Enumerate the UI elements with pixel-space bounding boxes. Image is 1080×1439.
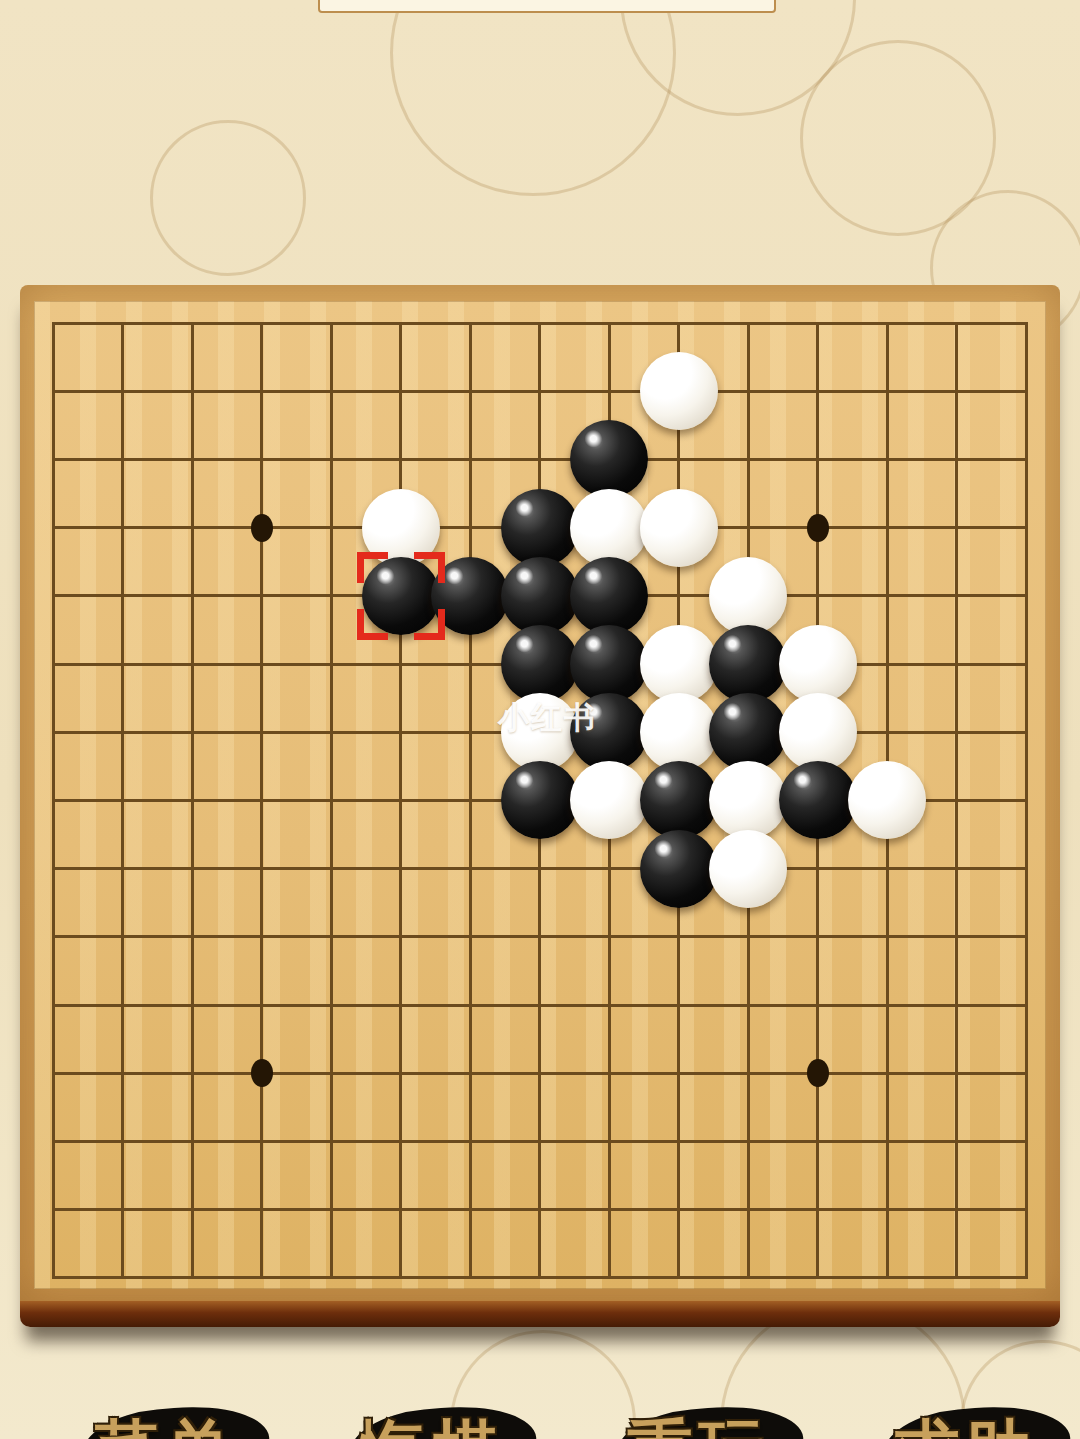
replay-button[interactable]: 重玩 [594, 1398, 804, 1439]
black-stone [779, 761, 857, 839]
xiaohongshu-watermark: 小红书 [498, 697, 597, 739]
star-point [251, 514, 273, 542]
undo-button-label: 悔棋 [327, 1406, 537, 1439]
last-move-marker [357, 552, 445, 640]
undo-button[interactable]: 悔棋 [327, 1398, 537, 1439]
grid-line-horizontal [52, 1072, 1028, 1075]
star-point [251, 1059, 273, 1087]
black-stone [709, 625, 787, 703]
black-stone [501, 625, 579, 703]
board-front-edge [20, 1301, 1060, 1327]
star-point [807, 514, 829, 542]
replay-button-label: 重玩 [594, 1406, 804, 1439]
black-stone [501, 761, 579, 839]
last-move-marker-corner [357, 609, 388, 640]
grid-line-vertical [955, 322, 958, 1280]
white-stone [779, 625, 857, 703]
black-stone [640, 830, 718, 908]
black-stone [570, 625, 648, 703]
last-move-marker-corner [357, 552, 388, 583]
help-button[interactable]: 求助 [861, 1398, 1071, 1439]
white-stone [709, 557, 787, 635]
grid-line-horizontal [52, 1140, 1028, 1143]
grid-line-horizontal [52, 1004, 1028, 1007]
white-stone [848, 761, 926, 839]
white-stone [709, 761, 787, 839]
grid-line-horizontal [52, 1276, 1028, 1279]
black-stone [570, 420, 648, 498]
menu-button-label: 菜单 [60, 1406, 270, 1439]
white-stone [640, 693, 718, 771]
gomoku-app-screen: 小红书 菜单 悔棋 重玩 求助 [0, 0, 1080, 1439]
white-stone [640, 352, 718, 430]
grid-line-horizontal [52, 867, 1028, 870]
board-grid[interactable] [20, 285, 1060, 1301]
black-stone [640, 761, 718, 839]
black-stone [570, 557, 648, 635]
grid-line-horizontal [52, 1208, 1028, 1211]
game-board[interactable] [20, 285, 1060, 1327]
grid-line-vertical [1025, 322, 1028, 1280]
black-stone [501, 489, 579, 567]
last-move-marker-corner [414, 609, 445, 640]
white-stone [570, 761, 648, 839]
grid-line-horizontal [52, 935, 1028, 938]
help-button-label: 求助 [861, 1406, 1071, 1439]
cloud-swirl-decoration [150, 120, 306, 276]
top-panel-cutoff [318, 0, 776, 13]
white-stone [570, 489, 648, 567]
white-stone [779, 693, 857, 771]
menu-button[interactable]: 菜单 [60, 1398, 270, 1439]
black-stone [501, 557, 579, 635]
white-stone [640, 625, 718, 703]
white-stone [640, 489, 718, 567]
black-stone [709, 693, 787, 771]
star-point [807, 1059, 829, 1087]
white-stone [709, 830, 787, 908]
last-move-marker-corner [414, 552, 445, 583]
bottom-button-bar: 菜单 悔棋 重玩 求助 [0, 1398, 1080, 1439]
